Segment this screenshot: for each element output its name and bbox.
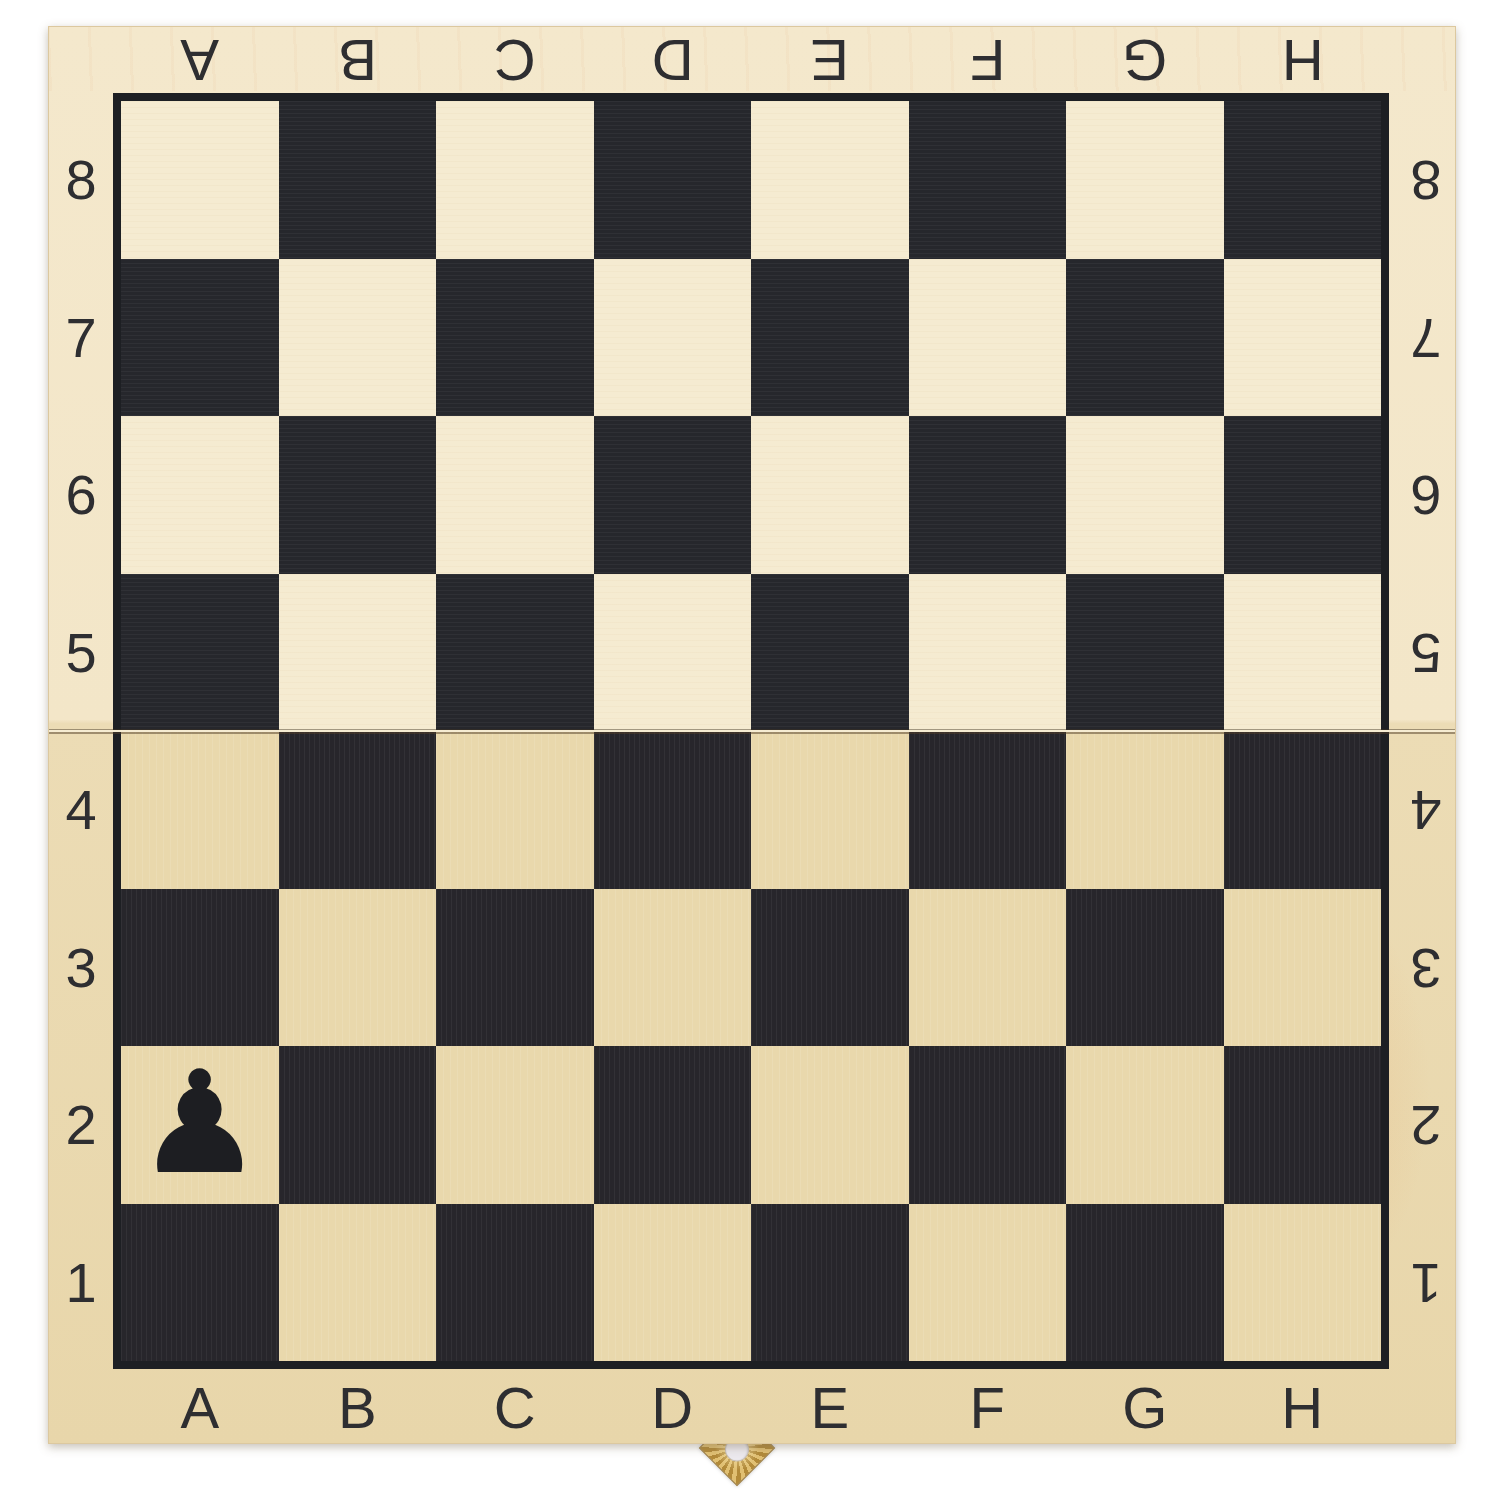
black-pawn[interactable]: ♟ — [136, 1052, 263, 1194]
square-h2[interactable] — [1224, 1046, 1382, 1204]
fold-seam — [49, 729, 1455, 734]
chess-board: ABCDEFGH 87654321 87654321 ABCDEFGH ♟ — [48, 26, 1456, 1444]
photo-canvas: ABCDEFGH 87654321 87654321 ABCDEFGH ♟ — [0, 0, 1500, 1500]
rank-label-8: 8 — [1397, 101, 1455, 259]
file-label-e: E — [751, 27, 909, 94]
file-label-h: H — [1224, 1371, 1382, 1443]
square-h8[interactable] — [1224, 101, 1382, 259]
square-b1[interactable] — [279, 1204, 437, 1362]
square-g3[interactable] — [1066, 889, 1224, 1047]
square-b2[interactable] — [279, 1046, 437, 1204]
square-d3[interactable] — [594, 889, 752, 1047]
square-d6[interactable] — [594, 416, 752, 574]
square-b6[interactable] — [279, 416, 437, 574]
rank-label-2: 2 — [1397, 1046, 1455, 1204]
square-c2[interactable] — [436, 1046, 594, 1204]
rank-label-7: 7 — [49, 259, 113, 417]
square-g7[interactable] — [1066, 259, 1224, 417]
square-d4[interactable] — [594, 731, 752, 889]
square-e3[interactable] — [751, 889, 909, 1047]
square-g4[interactable] — [1066, 731, 1224, 889]
square-h7[interactable] — [1224, 259, 1382, 417]
file-label-b: B — [279, 27, 437, 94]
square-e8[interactable] — [751, 101, 909, 259]
rank-label-1: 1 — [49, 1204, 113, 1362]
file-label-h: H — [1224, 27, 1382, 94]
rank-label-4: 4 — [49, 731, 113, 889]
square-a4[interactable] — [121, 731, 279, 889]
rank-label-6: 6 — [49, 416, 113, 574]
square-g1[interactable] — [1066, 1204, 1224, 1362]
square-f8[interactable] — [909, 101, 1067, 259]
square-b7[interactable] — [279, 259, 437, 417]
rank-label-5: 5 — [49, 574, 113, 732]
rank-label-2: 2 — [49, 1046, 113, 1204]
square-f3[interactable] — [909, 889, 1067, 1047]
rank-label-1: 1 — [1397, 1204, 1455, 1362]
square-b8[interactable] — [279, 101, 437, 259]
file-labels-bottom: ABCDEFGH — [121, 1371, 1381, 1443]
square-d2[interactable] — [594, 1046, 752, 1204]
file-labels-top: ABCDEFGH — [121, 27, 1381, 91]
square-a3[interactable] — [121, 889, 279, 1047]
square-a7[interactable] — [121, 259, 279, 417]
square-d8[interactable] — [594, 101, 752, 259]
square-e6[interactable] — [751, 416, 909, 574]
rank-label-6: 6 — [1397, 416, 1455, 574]
square-h5[interactable] — [1224, 574, 1382, 732]
rank-label-7: 7 — [1397, 259, 1455, 417]
square-f6[interactable] — [909, 416, 1067, 574]
file-label-a: A — [121, 1371, 279, 1443]
square-c7[interactable] — [436, 259, 594, 417]
square-f1[interactable] — [909, 1204, 1067, 1362]
square-c4[interactable] — [436, 731, 594, 889]
square-g2[interactable] — [1066, 1046, 1224, 1204]
square-d7[interactable] — [594, 259, 752, 417]
file-label-d: D — [594, 1371, 752, 1443]
square-g8[interactable] — [1066, 101, 1224, 259]
square-f7[interactable] — [909, 259, 1067, 417]
rank-label-4: 4 — [1397, 731, 1455, 889]
square-a2[interactable]: ♟ — [121, 1046, 279, 1204]
file-label-c: C — [436, 27, 594, 94]
square-h4[interactable] — [1224, 731, 1382, 889]
square-b3[interactable] — [279, 889, 437, 1047]
file-label-c: C — [436, 1371, 594, 1443]
square-d1[interactable] — [594, 1204, 752, 1362]
square-f5[interactable] — [909, 574, 1067, 732]
square-e7[interactable] — [751, 259, 909, 417]
square-c5[interactable] — [436, 574, 594, 732]
file-label-b: B — [279, 1371, 437, 1443]
file-label-a: A — [121, 27, 279, 94]
square-d5[interactable] — [594, 574, 752, 732]
rank-label-3: 3 — [1397, 889, 1455, 1047]
file-label-e: E — [751, 1371, 909, 1443]
file-label-f: F — [909, 27, 1067, 94]
square-e5[interactable] — [751, 574, 909, 732]
square-g5[interactable] — [1066, 574, 1224, 732]
square-b4[interactable] — [279, 731, 437, 889]
square-a6[interactable] — [121, 416, 279, 574]
square-h6[interactable] — [1224, 416, 1382, 574]
square-a1[interactable] — [121, 1204, 279, 1362]
file-label-d: D — [594, 27, 752, 94]
square-a5[interactable] — [121, 574, 279, 732]
square-e1[interactable] — [751, 1204, 909, 1362]
square-g6[interactable] — [1066, 416, 1224, 574]
square-h3[interactable] — [1224, 889, 1382, 1047]
square-e2[interactable] — [751, 1046, 909, 1204]
square-e4[interactable] — [751, 731, 909, 889]
square-h1[interactable] — [1224, 1204, 1382, 1362]
file-label-g: G — [1066, 27, 1224, 94]
square-c8[interactable] — [436, 101, 594, 259]
file-label-f: F — [909, 1371, 1067, 1443]
rank-label-5: 5 — [1397, 574, 1455, 732]
file-label-g: G — [1066, 1371, 1224, 1443]
square-f2[interactable] — [909, 1046, 1067, 1204]
rank-label-3: 3 — [49, 889, 113, 1047]
square-b5[interactable] — [279, 574, 437, 732]
square-c6[interactable] — [436, 416, 594, 574]
square-a8[interactable] — [121, 101, 279, 259]
square-f4[interactable] — [909, 731, 1067, 889]
square-c1[interactable] — [436, 1204, 594, 1362]
rank-label-8: 8 — [49, 101, 113, 259]
square-c3[interactable] — [436, 889, 594, 1047]
